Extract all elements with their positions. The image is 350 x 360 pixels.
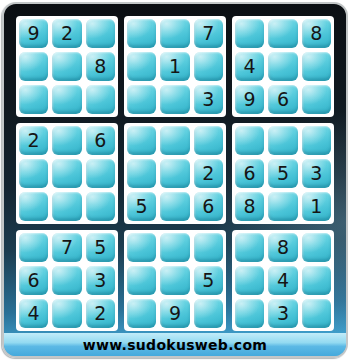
cell-r5c1	[19, 159, 48, 188]
cell-r2c2	[52, 52, 81, 81]
cell-r7c5	[160, 233, 189, 262]
cell-r8c7	[235, 266, 264, 295]
cell-r4c2	[52, 126, 81, 155]
cell-r1c1: 9	[19, 19, 48, 48]
cell-r4c5	[160, 126, 189, 155]
cell-r4c4	[127, 126, 156, 155]
website-url: www.sudokusweb.com	[83, 337, 267, 353]
box-1: 928	[16, 16, 118, 117]
cell-r7c9	[302, 233, 331, 262]
cell-r3c2	[52, 85, 81, 114]
cell-r1c4	[127, 19, 156, 48]
cell-r8c2	[52, 266, 81, 295]
cell-r2c4	[127, 52, 156, 81]
cell-r6c3	[86, 192, 115, 221]
cell-r2c5: 1	[160, 52, 189, 81]
cell-r8c6: 5	[194, 266, 223, 295]
cell-r9c7	[235, 299, 264, 328]
cell-r9c1: 4	[19, 299, 48, 328]
cell-r7c3: 5	[86, 233, 115, 262]
cell-r9c6	[194, 299, 223, 328]
cell-r6c1	[19, 192, 48, 221]
cell-r9c2	[52, 299, 81, 328]
cell-r7c4	[127, 233, 156, 262]
cell-r9c9	[302, 299, 331, 328]
cell-r8c8: 4	[268, 266, 297, 295]
cell-r2c9	[302, 52, 331, 81]
cell-r3c9	[302, 85, 331, 114]
cell-r3c5	[160, 85, 189, 114]
cell-r5c9: 3	[302, 159, 331, 188]
cell-r3c6: 3	[194, 85, 223, 114]
cell-r5c5	[160, 159, 189, 188]
cell-r2c1	[19, 52, 48, 81]
cell-r5c2	[52, 159, 81, 188]
cell-r4c7	[235, 126, 264, 155]
cell-r6c4: 5	[127, 192, 156, 221]
cell-r2c8	[268, 52, 297, 81]
cell-r5c6: 2	[194, 159, 223, 188]
cell-r6c2	[52, 192, 81, 221]
cell-r3c1	[19, 85, 48, 114]
cell-r7c2: 7	[52, 233, 81, 262]
cell-r9c8: 3	[268, 299, 297, 328]
footer-bar: www.sudokusweb.com	[4, 333, 346, 356]
cell-r7c6	[194, 233, 223, 262]
cell-r4c9	[302, 126, 331, 155]
cell-r6c5	[160, 192, 189, 221]
cell-r8c5	[160, 266, 189, 295]
cell-r1c3	[86, 19, 115, 48]
cell-r5c7: 6	[235, 159, 264, 188]
cell-r7c8: 8	[268, 233, 297, 262]
cell-r1c6: 7	[194, 19, 223, 48]
box-4: 26	[16, 123, 118, 224]
box-8: 59	[124, 230, 226, 331]
cell-r1c9: 8	[302, 19, 331, 48]
cell-r4c3: 6	[86, 126, 115, 155]
board-frame: 9287138496262566538175634259843	[4, 4, 346, 331]
box-3: 8496	[232, 16, 334, 117]
box-2: 713	[124, 16, 226, 117]
sudoku-grid: 9287138496262566538175634259843	[16, 16, 334, 331]
cell-r1c5	[160, 19, 189, 48]
cell-r1c7	[235, 19, 264, 48]
cell-r1c8	[268, 19, 297, 48]
cell-r3c4	[127, 85, 156, 114]
cell-r2c3: 8	[86, 52, 115, 81]
cell-r6c7: 8	[235, 192, 264, 221]
cell-r9c3: 2	[86, 299, 115, 328]
box-9: 843	[232, 230, 334, 331]
cell-r5c4	[127, 159, 156, 188]
box-6: 65381	[232, 123, 334, 224]
cell-r8c3: 3	[86, 266, 115, 295]
cell-r5c8: 5	[268, 159, 297, 188]
cell-r6c6: 6	[194, 192, 223, 221]
cell-r8c1: 6	[19, 266, 48, 295]
cell-r3c7: 9	[235, 85, 264, 114]
cell-r7c1	[19, 233, 48, 262]
cell-r2c6	[194, 52, 223, 81]
cell-r8c9	[302, 266, 331, 295]
cell-r8c4	[127, 266, 156, 295]
cell-r4c6	[194, 126, 223, 155]
cell-r4c1: 2	[19, 126, 48, 155]
cell-r6c8	[268, 192, 297, 221]
cell-r1c2: 2	[52, 19, 81, 48]
cell-r5c3	[86, 159, 115, 188]
cell-r4c8	[268, 126, 297, 155]
cell-r2c7: 4	[235, 52, 264, 81]
box-5: 256	[124, 123, 226, 224]
cell-r3c8: 6	[268, 85, 297, 114]
sudoku-board: 9287138496262566538175634259843 www.sudo…	[2, 2, 348, 358]
box-7: 756342	[16, 230, 118, 331]
cell-r3c3	[86, 85, 115, 114]
cell-r9c5: 9	[160, 299, 189, 328]
cell-r9c4	[127, 299, 156, 328]
cell-r6c9: 1	[302, 192, 331, 221]
cell-r7c7	[235, 233, 264, 262]
